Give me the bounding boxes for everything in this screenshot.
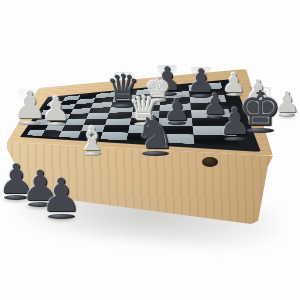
piece-white-bishop-d1[interactable]: ♝ — [76, 123, 108, 155]
knight-glyph: ♞ — [135, 111, 176, 155]
piece-black-pawn-h1[interactable]: ♟ — [217, 104, 253, 140]
bishop-glyph: ♝ — [77, 124, 106, 155]
pawn-glyph: ♟ — [41, 94, 70, 125]
chess-set-photo: ♛♛♟♟♟♟♟♟♟♟♚♚♟♟♞♞♟♟♟♟♝♝♛♛♚♚♟♟♟♟♟♟ — [0, 0, 300, 300]
pawn-glyph: ♟ — [40, 174, 81, 218]
piece-black-pawn-offboard-3[interactable]: ♟ — [39, 173, 84, 218]
box-lid-finger-notch — [202, 157, 218, 167]
piece-white-pawn-b2[interactable]: ♟ — [40, 93, 72, 125]
piece-black-knight-f1[interactable]: ♞ — [133, 110, 178, 155]
pawn-glyph: ♟ — [219, 105, 252, 140]
